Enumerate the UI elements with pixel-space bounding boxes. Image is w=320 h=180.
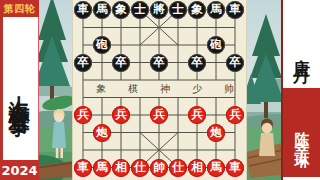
piece-red-a[interactable]: 仕: [131, 159, 149, 177]
piece-black-p[interactable]: 卒: [188, 54, 206, 72]
piece-black-a[interactable]: 士: [131, 1, 149, 19]
piece-red-n[interactable]: 馬: [93, 159, 111, 177]
river-watermark: 象棋神少帅: [96, 82, 256, 95]
player-name-top: 唐丹: [283, 24, 320, 86]
piece-red-p[interactable]: 兵: [112, 106, 130, 124]
piece-red-p[interactable]: 兵: [188, 106, 206, 124]
piece-black-n[interactable]: 馬: [93, 1, 111, 19]
thumbnail: 象棋神少帅 車馬象士將士象馬車砲砲卒卒卒卒卒兵兵兵兵兵炮炮車馬相仕帥仕相馬車 第…: [0, 0, 320, 180]
piece-red-k[interactable]: 帥: [150, 159, 168, 177]
piece-black-p[interactable]: 卒: [150, 54, 168, 72]
piece-black-r[interactable]: 車: [226, 1, 244, 19]
piece-red-r[interactable]: 車: [74, 159, 92, 177]
piece-black-p[interactable]: 卒: [112, 54, 130, 72]
xiangqi-board: 象棋神少帅 車馬象士將士象馬車砲砲卒卒卒卒卒兵兵兵兵兵炮炮車馬相仕帥仕相馬車: [72, 0, 247, 180]
piece-red-p[interactable]: 兵: [150, 106, 168, 124]
player-bottom-banner: 陈幸琳: [283, 88, 320, 177]
piece-black-n[interactable]: 馬: [207, 1, 225, 19]
piece-red-p[interactable]: 兵: [226, 106, 244, 124]
piece-black-k[interactable]: 將: [150, 1, 168, 19]
round-label: 第四轮: [4, 2, 36, 16]
piece-red-r[interactable]: 車: [226, 159, 244, 177]
piece-red-n[interactable]: 馬: [207, 159, 225, 177]
player-name-bottom: 陈幸琳: [283, 94, 320, 177]
year-banner: 2024: [0, 160, 39, 180]
piece-black-a[interactable]: 士: [169, 1, 187, 19]
piece-black-r[interactable]: 車: [74, 1, 92, 19]
piece-red-b[interactable]: 相: [188, 159, 206, 177]
piece-black-p[interactable]: 卒: [74, 54, 92, 72]
piece-black-p[interactable]: 卒: [226, 54, 244, 72]
piece-black-c[interactable]: 砲: [207, 36, 225, 54]
piece-black-b[interactable]: 象: [112, 1, 130, 19]
left-panel: 第四轮 上海杯赛事 2024: [0, 0, 39, 180]
piece-red-a[interactable]: 仕: [169, 159, 187, 177]
round-banner: 第四轮: [0, 0, 39, 17]
right-panel: 唐丹 陈幸琳: [281, 0, 320, 180]
event-title: 上海杯赛事: [0, 21, 39, 161]
piece-red-b[interactable]: 相: [112, 159, 130, 177]
piece-red-c[interactable]: 炮: [207, 124, 225, 142]
piece-black-c[interactable]: 砲: [93, 36, 111, 54]
piece-red-p[interactable]: 兵: [74, 106, 92, 124]
piece-black-b[interactable]: 象: [188, 1, 206, 19]
piece-red-c[interactable]: 炮: [93, 124, 111, 142]
